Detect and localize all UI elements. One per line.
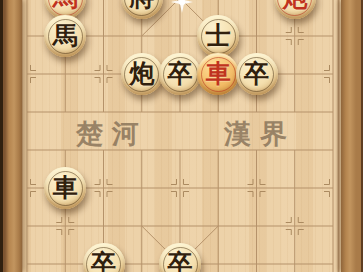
piece-glyph: 將 xyxy=(129,0,154,10)
piece-black-soldier[interactable]: 卒 xyxy=(159,53,201,95)
piece-black-chariot[interactable]: 車 xyxy=(44,167,86,209)
piece-black-soldier[interactable]: 卒 xyxy=(159,243,201,272)
piece-glyph: 車 xyxy=(53,175,78,200)
piece-black-advisor[interactable]: 士 xyxy=(197,15,239,57)
board-frame-left xyxy=(0,0,22,272)
piece-glyph: 卒 xyxy=(244,61,269,86)
piece-glyph: 車 xyxy=(206,61,231,86)
piece-red-chariot[interactable]: 車 xyxy=(197,53,239,95)
piece-glyph: 士 xyxy=(206,23,231,48)
xiangqi-app: 楚河 漢界 馬將炮馬士炮卒車卒車卒卒 xyxy=(0,0,363,272)
piece-black-soldier[interactable]: 卒 xyxy=(236,53,278,95)
piece-red-cannon[interactable]: 炮 xyxy=(274,0,316,19)
board-frame-right xyxy=(341,0,363,272)
piece-glyph: 馬 xyxy=(53,0,78,10)
piece-glyph: 炮 xyxy=(282,0,307,10)
piece-glyph: 炮 xyxy=(129,61,154,86)
piece-glyph: 馬 xyxy=(53,23,78,48)
piece-glyph: 卒 xyxy=(168,61,193,86)
xiangqi-board[interactable]: 馬將炮馬士炮卒車卒車卒卒 xyxy=(8,0,352,272)
piece-black-soldier[interactable]: 卒 xyxy=(83,243,125,272)
piece-glyph: 卒 xyxy=(91,251,116,272)
piece-black-general[interactable]: 將 xyxy=(121,0,163,19)
piece-glyph: 卒 xyxy=(168,251,193,272)
piece-black-cannon[interactable]: 炮 xyxy=(121,53,163,95)
piece-black-horse[interactable]: 馬 xyxy=(44,15,86,57)
